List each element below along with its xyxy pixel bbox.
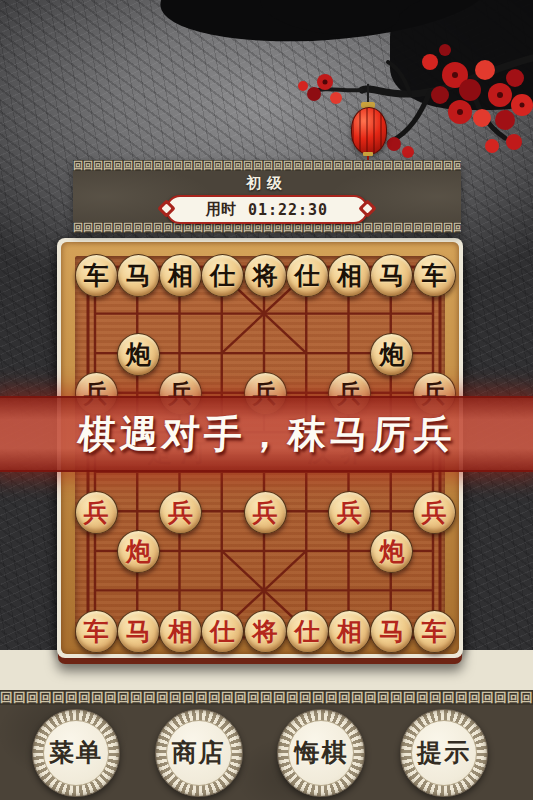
button-label: 商店 [156,710,242,796]
piece-red-车[interactable]: 车 [75,610,118,653]
button-label: 悔棋 [278,710,364,796]
action-bar: 菜单商店悔棋提示 [0,705,533,800]
piece-black-相[interactable]: 相 [159,254,202,297]
piece-red-马[interactable]: 马 [370,610,413,653]
lantern-body [351,107,387,155]
piece-red-兵[interactable]: 兵 [75,491,118,534]
header-inner: 初级 用时 01:22:30 [73,171,461,222]
hint-button[interactable]: 提示 [400,709,488,797]
piece-black-马[interactable]: 马 [370,254,413,297]
button-label: 提示 [401,710,487,796]
plum-blossom-art [270,20,533,170]
meander-border-footer: 回回回回回回回回回回回回回回回回回回回回回回回回回回回回回回回回回回回回回回回回… [0,690,533,705]
piece-red-马[interactable]: 马 [117,610,160,653]
piece-black-车[interactable]: 车 [413,254,456,297]
ornament-left-icon [157,199,175,217]
piece-red-炮[interactable]: 炮 [117,530,160,573]
menu-button[interactable]: 菜单 [32,709,120,797]
piece-black-仕[interactable]: 仕 [201,254,244,297]
game-screen: 回回回回回回回回回回回回回回回回回回回回回回回回回回回回回回回回回回回回回回回回… [0,0,533,800]
piece-red-相[interactable]: 相 [159,610,202,653]
piece-red-兵[interactable]: 兵 [244,491,287,534]
difficulty-label: 初级 [73,171,461,193]
piece-red-车[interactable]: 车 [413,610,456,653]
piece-red-仕[interactable]: 仕 [201,610,244,653]
piece-red-兵[interactable]: 兵 [159,491,202,534]
piece-red-兵[interactable]: 兵 [413,491,456,534]
match-banner: 棋遇对手，秣马厉兵 [0,396,533,472]
piece-red-将[interactable]: 将 [244,610,287,653]
piece-black-马[interactable]: 马 [117,254,160,297]
lantern-wire [367,84,369,104]
timer-label: 用时 [206,200,236,219]
ornament-right-icon [358,199,376,217]
banner-text: 棋遇对手，秣马厉兵 [76,409,457,460]
header-panel: 回回回回回回回回回回回回回回回回回回回回回回回回回回回回回回回回回回回回回回回回… [73,160,461,233]
piece-black-炮[interactable]: 炮 [370,333,413,376]
lantern-icon [347,84,389,170]
piece-black-相[interactable]: 相 [328,254,371,297]
piece-black-将[interactable]: 将 [244,254,287,297]
timer-value: 01:22:30 [248,201,328,219]
piece-red-兵[interactable]: 兵 [328,491,371,534]
shop-button[interactable]: 商店 [155,709,243,797]
piece-black-车[interactable]: 车 [75,254,118,297]
piece-red-仕[interactable]: 仕 [286,610,329,653]
piece-black-仕[interactable]: 仕 [286,254,329,297]
timer-display: 用时 01:22:30 [166,195,368,224]
piece-black-炮[interactable]: 炮 [117,333,160,376]
meander-border-top: 回回回回回回回回回回回回回回回回回回回回回回回回回回回回回回回回回回回回回回回回… [73,160,461,171]
undo-button[interactable]: 悔棋 [277,709,365,797]
piece-red-相[interactable]: 相 [328,610,371,653]
button-label: 菜单 [33,710,119,796]
